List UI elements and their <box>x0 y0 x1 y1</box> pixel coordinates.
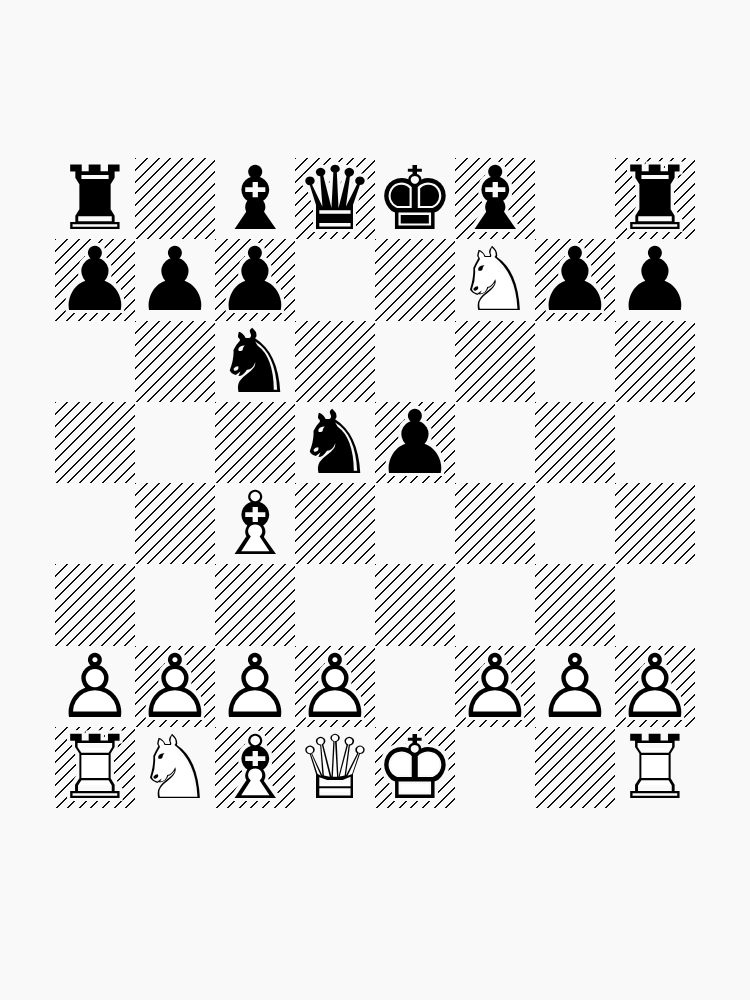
black-knight-fill: ♞ <box>295 402 375 483</box>
black-queen-fill: ♛ <box>295 158 375 239</box>
white-bishop-fill: ♝ <box>215 483 295 564</box>
square-d6[interactable] <box>295 321 375 402</box>
white-pawn-fill: ♟ <box>295 646 375 727</box>
black-pawn-fill: ♟ <box>615 239 695 320</box>
square-d4[interactable] <box>295 483 375 564</box>
square-g7[interactable]: ♟♟ <box>535 239 615 320</box>
square-f6[interactable] <box>455 321 535 402</box>
square-c7[interactable]: ♟♟ <box>215 239 295 320</box>
square-c3[interactable] <box>215 564 295 645</box>
black-bishop-fill: ♝ <box>215 158 295 239</box>
square-f1[interactable] <box>455 727 535 808</box>
square-c4[interactable]: ♝♗ <box>215 483 295 564</box>
square-f4[interactable] <box>455 483 535 564</box>
white-bishop-fill: ♝ <box>215 727 295 808</box>
square-h5[interactable] <box>615 402 695 483</box>
square-h2[interactable]: ♟♙ <box>615 646 695 727</box>
square-a6[interactable] <box>55 321 135 402</box>
square-f8[interactable]: ♝♝ <box>455 158 535 239</box>
square-c6[interactable]: ♞♞ <box>215 321 295 402</box>
white-pawn-icon: ♙ <box>615 646 695 727</box>
square-g2[interactable]: ♟♙ <box>535 646 615 727</box>
white-king-icon: ♔ <box>375 727 455 808</box>
square-e1[interactable]: ♚♔ <box>375 727 455 808</box>
square-d7[interactable] <box>295 239 375 320</box>
square-d8[interactable]: ♛♛ <box>295 158 375 239</box>
black-pawn-icon: ♟ <box>215 239 295 320</box>
square-g3[interactable] <box>535 564 615 645</box>
white-pawn-icon: ♙ <box>535 646 615 727</box>
square-d3[interactable] <box>295 564 375 645</box>
square-a7[interactable]: ♟♟ <box>55 239 135 320</box>
black-knight-fill: ♞ <box>215 321 295 402</box>
square-g4[interactable] <box>535 483 615 564</box>
square-a1[interactable]: ♜♖ <box>55 727 135 808</box>
black-pawn-fill: ♟ <box>135 239 215 320</box>
square-h4[interactable] <box>615 483 695 564</box>
black-pawn-icon: ♟ <box>615 239 695 320</box>
black-knight-icon: ♞ <box>295 402 375 483</box>
square-a8[interactable]: ♜♜ <box>55 158 135 239</box>
white-pawn-icon: ♙ <box>295 646 375 727</box>
white-bishop-icon: ♗ <box>215 483 295 564</box>
white-pawn-fill: ♟ <box>215 646 295 727</box>
square-e5[interactable]: ♟♟ <box>375 402 455 483</box>
square-d1[interactable]: ♛♕ <box>295 727 375 808</box>
square-a3[interactable] <box>55 564 135 645</box>
square-f2[interactable]: ♟♙ <box>455 646 535 727</box>
square-g5[interactable] <box>535 402 615 483</box>
white-rook-icon: ♖ <box>55 727 135 808</box>
white-knight-icon: ♘ <box>455 239 535 320</box>
square-e7[interactable] <box>375 239 455 320</box>
white-pawn-fill: ♟ <box>55 646 135 727</box>
square-g1[interactable] <box>535 727 615 808</box>
square-f7[interactable]: ♞♘ <box>455 239 535 320</box>
black-pawn-fill: ♟ <box>215 239 295 320</box>
black-knight-icon: ♞ <box>215 321 295 402</box>
black-pawn-icon: ♟ <box>535 239 615 320</box>
white-pawn-fill: ♟ <box>455 646 535 727</box>
black-bishop-icon: ♝ <box>215 158 295 239</box>
square-e2[interactable] <box>375 646 455 727</box>
square-b6[interactable] <box>135 321 215 402</box>
white-pawn-fill: ♟ <box>615 646 695 727</box>
white-bishop-icon: ♗ <box>215 727 295 808</box>
white-queen-icon: ♕ <box>295 727 375 808</box>
chess-board: ♜♜♝♝♛♛♚♚♝♝♜♜♟♟♟♟♟♟♞♘♟♟♟♟♞♞♞♞♟♟♝♗♟♙♟♙♟♙♟♙… <box>55 158 695 808</box>
white-rook-fill: ♜ <box>55 727 135 808</box>
square-d2[interactable]: ♟♙ <box>295 646 375 727</box>
white-pawn-icon: ♙ <box>135 646 215 727</box>
white-pawn-fill: ♟ <box>535 646 615 727</box>
white-rook-fill: ♜ <box>615 727 695 808</box>
square-b3[interactable] <box>135 564 215 645</box>
white-pawn-icon: ♙ <box>215 646 295 727</box>
black-pawn-fill: ♟ <box>55 239 135 320</box>
square-c2[interactable]: ♟♙ <box>215 646 295 727</box>
black-bishop-fill: ♝ <box>455 158 535 239</box>
black-bishop-icon: ♝ <box>455 158 535 239</box>
black-rook-fill: ♜ <box>55 158 135 239</box>
white-rook-icon: ♖ <box>615 727 695 808</box>
square-h1[interactable]: ♜♖ <box>615 727 695 808</box>
square-f5[interactable] <box>455 402 535 483</box>
square-b7[interactable]: ♟♟ <box>135 239 215 320</box>
black-rook-fill: ♜ <box>615 158 695 239</box>
black-pawn-fill: ♟ <box>535 239 615 320</box>
black-pawn-fill: ♟ <box>375 402 455 483</box>
black-king-fill: ♚ <box>375 158 455 239</box>
square-b8[interactable] <box>135 158 215 239</box>
square-a5[interactable] <box>55 402 135 483</box>
square-h3[interactable] <box>615 564 695 645</box>
black-pawn-icon: ♟ <box>135 239 215 320</box>
black-rook-icon: ♜ <box>55 158 135 239</box>
white-knight-icon: ♘ <box>135 727 215 808</box>
square-e6[interactable] <box>375 321 455 402</box>
black-pawn-icon: ♟ <box>55 239 135 320</box>
square-e4[interactable] <box>375 483 455 564</box>
black-pawn-icon: ♟ <box>375 402 455 483</box>
black-rook-icon: ♜ <box>615 158 695 239</box>
square-c5[interactable] <box>215 402 295 483</box>
black-king-icon: ♚ <box>375 158 455 239</box>
square-h7[interactable]: ♟♟ <box>615 239 695 320</box>
square-g8[interactable] <box>535 158 615 239</box>
square-b4[interactable] <box>135 483 215 564</box>
square-g6[interactable] <box>535 321 615 402</box>
square-h6[interactable] <box>615 321 695 402</box>
square-d5[interactable]: ♞♞ <box>295 402 375 483</box>
square-b5[interactable] <box>135 402 215 483</box>
white-king-fill: ♚ <box>375 727 455 808</box>
white-knight-fill: ♞ <box>455 239 535 320</box>
square-f3[interactable] <box>455 564 535 645</box>
white-pawn-fill: ♟ <box>135 646 215 727</box>
square-a4[interactable] <box>55 483 135 564</box>
black-queen-icon: ♛ <box>295 158 375 239</box>
square-a2[interactable]: ♟♙ <box>55 646 135 727</box>
square-b1[interactable]: ♞♘ <box>135 727 215 808</box>
white-knight-fill: ♞ <box>135 727 215 808</box>
white-queen-fill: ♛ <box>295 727 375 808</box>
square-e3[interactable] <box>375 564 455 645</box>
square-e8[interactable]: ♚♚ <box>375 158 455 239</box>
square-c8[interactable]: ♝♝ <box>215 158 295 239</box>
white-pawn-icon: ♙ <box>55 646 135 727</box>
square-h8[interactable]: ♜♜ <box>615 158 695 239</box>
white-pawn-icon: ♙ <box>455 646 535 727</box>
square-c1[interactable]: ♝♗ <box>215 727 295 808</box>
square-b2[interactable]: ♟♙ <box>135 646 215 727</box>
